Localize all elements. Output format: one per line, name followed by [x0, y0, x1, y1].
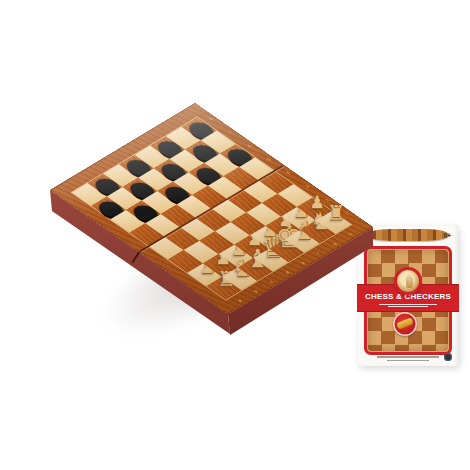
file-label-a: a — [237, 299, 243, 303]
file-label-b: b — [253, 289, 259, 293]
age-badge: 6+ — [444, 232, 451, 239]
rank-label-8: 8 — [208, 117, 214, 121]
brand-badge — [393, 312, 417, 336]
rank-label-7: 7 — [228, 131, 234, 135]
white-rook[interactable]: ♜ — [322, 188, 350, 224]
rank-label-6: 6 — [247, 144, 253, 148]
file-label-h: h — [348, 232, 354, 236]
box-legal-text-lines — [368, 354, 448, 361]
product-box: 6+ CHESS & CHECKERS — [358, 225, 458, 366]
file-label-g: g — [332, 242, 338, 246]
product-photo-stage: 6+ CHESS & CHECKERS ●●●●●●●●●●●●♟♟♟♟♟♟♟♟… — [0, 0, 470, 470]
brand-emblem — [396, 317, 413, 329]
box-piece-window — [394, 267, 422, 295]
file-label-e: e — [300, 261, 306, 265]
file-label-f: f — [316, 252, 321, 255]
box-subtitle-lines — [357, 302, 459, 307]
publisher-logo-icon — [444, 353, 452, 361]
rank-label-4: 4 — [286, 171, 292, 175]
rank-label-5: 5 — [266, 158, 272, 162]
pawn-photo — [406, 274, 413, 288]
file-label-c: c — [269, 280, 275, 284]
box-top-wood-print — [367, 229, 449, 241]
file-label-d: d — [284, 270, 290, 274]
